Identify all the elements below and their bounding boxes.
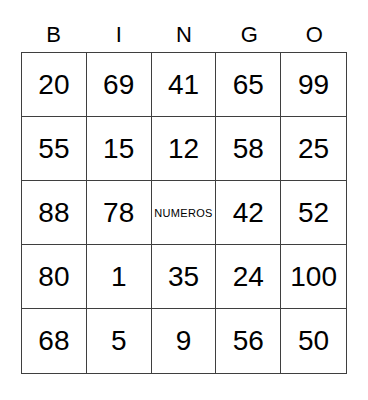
grid-cell-r2c4[interactable]: 58 [216, 117, 281, 181]
header-letter-g: G [217, 18, 282, 52]
grid-cell-r2c2[interactable]: 15 [87, 117, 152, 181]
free-space-cell[interactable]: NUMEROS [152, 181, 217, 245]
grid-cell-r1c5[interactable]: 99 [281, 53, 346, 117]
grid-cell-r4c2[interactable]: 1 [87, 245, 152, 309]
grid-cell-r4c4[interactable]: 24 [216, 245, 281, 309]
grid-cell-r5c3[interactable]: 9 [152, 309, 217, 373]
grid-cell-r5c1[interactable]: 68 [22, 309, 87, 373]
grid-cell-r2c5[interactable]: 25 [281, 117, 346, 181]
header-letter-i: I [86, 18, 151, 52]
header-letter-b: B [21, 18, 86, 52]
grid-cell-r3c2[interactable]: 78 [87, 181, 152, 245]
grid-cell-r4c5[interactable]: 100 [281, 245, 346, 309]
grid-cell-r5c5[interactable]: 50 [281, 309, 346, 373]
grid-cell-r5c4[interactable]: 56 [216, 309, 281, 373]
bingo-board: 20 69 41 65 99 55 15 12 58 25 88 78 NUME… [21, 52, 347, 374]
grid-cell-r3c1[interactable]: 88 [22, 181, 87, 245]
grid-cell-r1c3[interactable]: 41 [152, 53, 217, 117]
grid-cell-r1c1[interactable]: 20 [22, 53, 87, 117]
grid-cell-r2c3[interactable]: 12 [152, 117, 217, 181]
grid-cell-r2c1[interactable]: 55 [22, 117, 87, 181]
grid-cell-r3c5[interactable]: 52 [281, 181, 346, 245]
grid-cell-r5c2[interactable]: 5 [87, 309, 152, 373]
bingo-header-row: B I N G O [21, 0, 347, 52]
grid-cell-r3c4[interactable]: 42 [216, 181, 281, 245]
header-letter-n: N [151, 18, 216, 52]
bingo-card: B I N G O 20 69 41 65 99 55 15 12 58 25 … [21, 0, 347, 374]
grid-cell-r1c2[interactable]: 69 [87, 53, 152, 117]
header-letter-o: O [282, 18, 347, 52]
grid-cell-r4c3[interactable]: 35 [152, 245, 217, 309]
grid-cell-r4c1[interactable]: 80 [22, 245, 87, 309]
grid-cell-r1c4[interactable]: 65 [216, 53, 281, 117]
